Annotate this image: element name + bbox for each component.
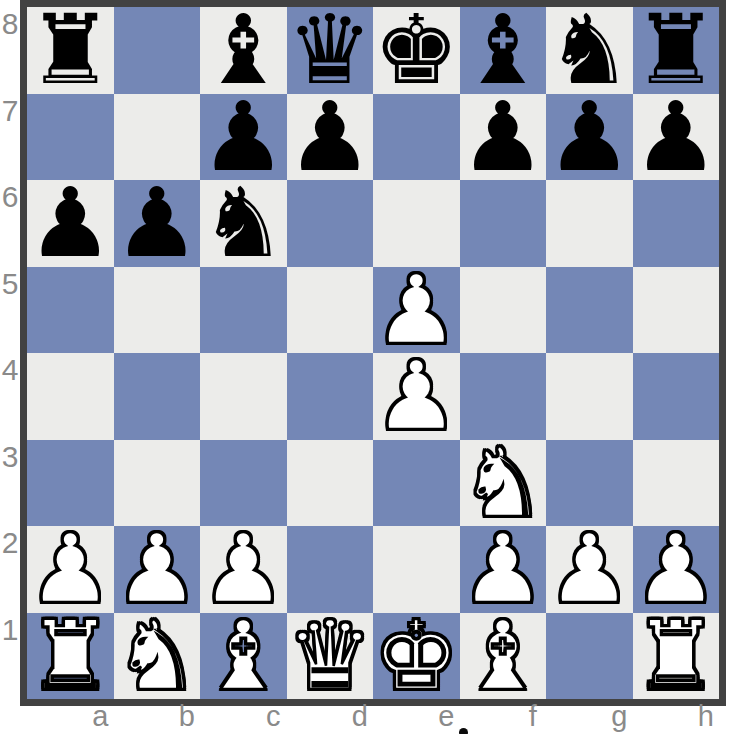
file-label-b: b xyxy=(144,700,231,733)
white-pawn[interactable]: ♟ xyxy=(373,353,459,440)
file-label-h: h xyxy=(663,700,750,733)
chess-board: ♜♝♛♚♝♞♜♟♟♟♟♟♟♟♞♟♟♞♟♟♟♟♟♟♜♞♝♛♚♝♜ xyxy=(27,7,719,699)
white-rook[interactable]: ♜ xyxy=(27,613,113,700)
file-labels: abcdefgh xyxy=(57,700,749,733)
black-pawn[interactable]: ♟ xyxy=(546,94,632,181)
square-e3[interactable] xyxy=(373,440,460,527)
file-label-g: g xyxy=(576,700,663,733)
chess-board-page: 87654321 ♜♝♛♚♝♞♜♟♟♟♟♟♟♟♞♟♟♞♟♟♟♟♟♟♜♞♝♛♚♝♜… xyxy=(0,0,750,734)
black-pawn[interactable]: ♟ xyxy=(287,94,373,181)
square-a6[interactable]: ♟ xyxy=(27,180,114,267)
file-label-e: e xyxy=(403,700,490,733)
black-pawn[interactable]: ♟ xyxy=(460,94,546,181)
rank-label-1: 1 xyxy=(0,613,20,700)
board-frame: ♜♝♛♚♝♞♜♟♟♟♟♟♟♟♞♟♟♞♟♟♟♟♟♟♜♞♝♛♚♝♜ xyxy=(20,0,726,706)
white-king[interactable]: ♚ xyxy=(373,613,459,700)
file-label-f: f xyxy=(490,700,577,733)
square-a4[interactable] xyxy=(27,353,114,440)
rank-label-3: 3 xyxy=(0,440,20,527)
square-d1[interactable]: ♛ xyxy=(287,613,374,700)
clipped-artifact-dot xyxy=(459,728,468,734)
black-rook[interactable]: ♜ xyxy=(27,7,113,94)
white-knight[interactable]: ♞ xyxy=(114,613,200,700)
square-g7[interactable]: ♟ xyxy=(546,94,633,181)
square-h7[interactable]: ♟ xyxy=(633,94,720,181)
square-h4[interactable] xyxy=(633,353,720,440)
square-d5[interactable] xyxy=(287,267,374,354)
square-e7[interactable] xyxy=(373,94,460,181)
square-a8[interactable]: ♜ xyxy=(27,7,114,94)
rank-label-7: 7 xyxy=(0,94,20,181)
square-b4[interactable] xyxy=(114,353,201,440)
rank-label-2: 2 xyxy=(0,526,20,613)
square-g1[interactable] xyxy=(546,613,633,700)
square-c5[interactable] xyxy=(200,267,287,354)
white-rook[interactable]: ♜ xyxy=(633,613,719,700)
square-c4[interactable] xyxy=(200,353,287,440)
square-h5[interactable] xyxy=(633,267,720,354)
square-h6[interactable] xyxy=(633,180,720,267)
file-label-a: a xyxy=(57,700,144,733)
square-f1[interactable]: ♝ xyxy=(460,613,547,700)
rank-label-8: 8 xyxy=(0,7,20,94)
rank-label-6: 6 xyxy=(0,180,20,267)
square-g5[interactable] xyxy=(546,267,633,354)
white-bishop[interactable]: ♝ xyxy=(200,613,286,700)
rank-labels: 87654321 xyxy=(0,7,20,699)
black-knight[interactable]: ♞ xyxy=(200,180,286,267)
black-pawn[interactable]: ♟ xyxy=(114,180,200,267)
white-bishop[interactable]: ♝ xyxy=(460,613,546,700)
square-b6[interactable]: ♟ xyxy=(114,180,201,267)
square-f6[interactable] xyxy=(460,180,547,267)
square-g6[interactable] xyxy=(546,180,633,267)
white-queen[interactable]: ♛ xyxy=(287,613,373,700)
square-f5[interactable] xyxy=(460,267,547,354)
square-d7[interactable]: ♟ xyxy=(287,94,374,181)
white-pawn[interactable]: ♟ xyxy=(546,526,632,613)
square-g4[interactable] xyxy=(546,353,633,440)
square-b8[interactable] xyxy=(114,7,201,94)
black-pawn[interactable]: ♟ xyxy=(27,180,113,267)
square-b1[interactable]: ♞ xyxy=(114,613,201,700)
file-label-d: d xyxy=(317,700,404,733)
square-c6[interactable]: ♞ xyxy=(200,180,287,267)
square-a1[interactable]: ♜ xyxy=(27,613,114,700)
square-e1[interactable]: ♚ xyxy=(373,613,460,700)
square-d6[interactable] xyxy=(287,180,374,267)
black-pawn[interactable]: ♟ xyxy=(633,94,719,181)
square-d3[interactable] xyxy=(287,440,374,527)
file-label-c: c xyxy=(230,700,317,733)
square-h1[interactable]: ♜ xyxy=(633,613,720,700)
square-d4[interactable] xyxy=(287,353,374,440)
square-f7[interactable]: ♟ xyxy=(460,94,547,181)
black-king[interactable]: ♚ xyxy=(373,7,459,94)
square-g2[interactable]: ♟ xyxy=(546,526,633,613)
square-a5[interactable] xyxy=(27,267,114,354)
square-b5[interactable] xyxy=(114,267,201,354)
rank-label-4: 4 xyxy=(0,353,20,440)
square-e4[interactable]: ♟ xyxy=(373,353,460,440)
square-e8[interactable]: ♚ xyxy=(373,7,460,94)
rank-label-5: 5 xyxy=(0,267,20,354)
square-c1[interactable]: ♝ xyxy=(200,613,287,700)
